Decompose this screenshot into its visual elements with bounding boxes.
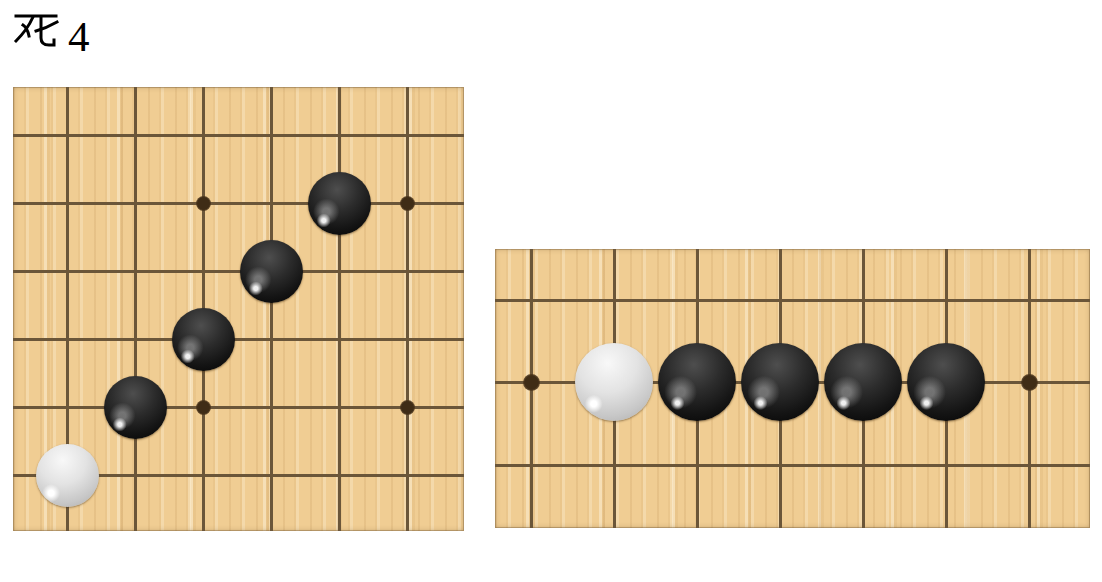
white-stone bbox=[575, 343, 653, 421]
star-point bbox=[196, 400, 211, 415]
black-stone bbox=[741, 343, 819, 421]
black-stone bbox=[104, 376, 167, 439]
black-stone bbox=[907, 343, 985, 421]
grid-line-vertical bbox=[338, 87, 341, 531]
grid-line-vertical bbox=[134, 87, 137, 531]
black-stone bbox=[308, 172, 371, 235]
board-diagonal-dead-four bbox=[13, 87, 464, 531]
board-horizontal-dead-four bbox=[495, 249, 1090, 528]
black-stone bbox=[658, 343, 736, 421]
star-point bbox=[1021, 374, 1038, 391]
grid-line-horizontal bbox=[13, 406, 464, 409]
black-stone bbox=[240, 240, 303, 303]
white-stone bbox=[36, 444, 99, 507]
grid-line-horizontal bbox=[13, 338, 464, 341]
grid-line-vertical bbox=[406, 87, 409, 531]
grid-line-vertical bbox=[270, 87, 273, 531]
grid-line-horizontal bbox=[13, 134, 464, 137]
title-number: 4 bbox=[68, 15, 90, 58]
star-point bbox=[196, 196, 211, 211]
black-stone bbox=[172, 308, 235, 371]
grid-line-horizontal bbox=[495, 464, 1090, 467]
page-title: 4 bbox=[13, 9, 90, 51]
page: 4 bbox=[0, 0, 1102, 582]
grid-line-horizontal bbox=[495, 299, 1090, 302]
kanji-shi-glyph bbox=[13, 9, 59, 51]
grid-line-horizontal bbox=[13, 202, 464, 205]
black-stone bbox=[824, 343, 902, 421]
star-point bbox=[523, 374, 540, 391]
grid-line-horizontal bbox=[13, 270, 464, 273]
star-point bbox=[400, 400, 415, 415]
star-point bbox=[400, 196, 415, 211]
